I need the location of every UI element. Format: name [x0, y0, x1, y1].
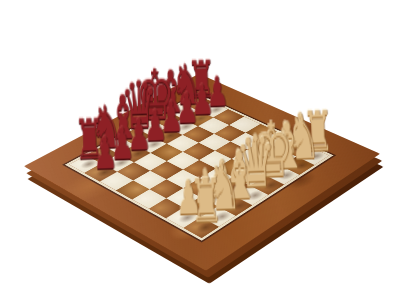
white-rook-a1[interactable]: ♜ [179, 170, 232, 231]
chess-set-photo: ♜♞♝♛♚♝♞♜♟♟♟♟♟♟♟♟♟♟♟♟♟♟♟♟♜♞♝♛♚♝♞♜ [0, 0, 400, 300]
red-pawn-a7[interactable]: ♟ [80, 130, 129, 176]
board-scene: ♜♞♝♛♚♝♞♜♟♟♟♟♟♟♟♟♟♟♟♟♟♟♟♟♜♞♝♛♚♝♞♜ [72, 30, 333, 291]
